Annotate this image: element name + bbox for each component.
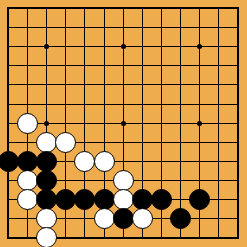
black-stone[interactable] — [132, 189, 153, 210]
star-point — [121, 44, 126, 49]
white-stone[interactable] — [94, 151, 115, 172]
black-stone[interactable] — [189, 189, 210, 210]
black-stone[interactable] — [17, 151, 38, 172]
star-point — [44, 121, 49, 126]
white-stone[interactable] — [36, 227, 57, 247]
grid-line-vertical — [180, 8, 181, 238]
black-stone[interactable] — [36, 151, 57, 172]
star-point — [121, 121, 126, 126]
white-stone[interactable] — [113, 189, 134, 210]
white-stone[interactable] — [17, 189, 38, 210]
white-stone[interactable] — [36, 132, 57, 153]
grid-line-vertical — [237, 8, 238, 238]
white-stone[interactable] — [17, 113, 38, 134]
black-stone[interactable] — [170, 208, 191, 229]
white-stone[interactable] — [113, 170, 134, 191]
white-stone[interactable] — [55, 132, 76, 153]
white-stone[interactable] — [17, 170, 38, 191]
grid-line-vertical — [218, 8, 219, 238]
black-stone[interactable] — [36, 170, 57, 191]
black-stone[interactable] — [113, 208, 134, 229]
black-stone[interactable] — [151, 189, 172, 210]
go-board[interactable] — [0, 0, 247, 247]
star-point — [197, 121, 202, 126]
white-stone[interactable] — [94, 208, 115, 229]
black-stone[interactable] — [94, 189, 115, 210]
white-stone[interactable] — [132, 208, 153, 229]
